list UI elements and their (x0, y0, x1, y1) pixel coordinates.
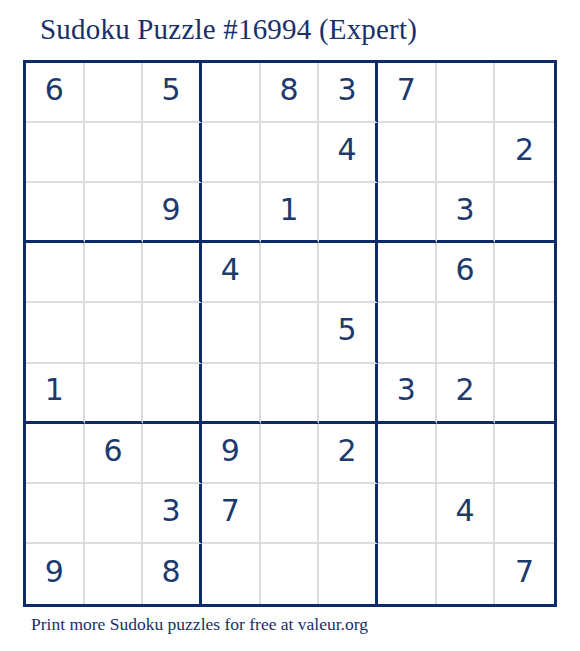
sudoku-cell-r4c7 (378, 243, 437, 303)
sudoku-cell-r5c7 (378, 303, 437, 363)
sudoku-cell-r1c3: 5 (143, 63, 202, 123)
sudoku-cell-r9c6 (319, 544, 378, 604)
sudoku-cell-r1c1: 6 (26, 63, 85, 123)
sudoku-cell-r8c8: 4 (437, 484, 496, 544)
sudoku-cell-r3c8: 3 (437, 183, 496, 243)
sudoku-cell-r7c9 (495, 424, 554, 484)
sudoku-digit: 6 (103, 436, 122, 466)
sudoku-cell-r9c3: 8 (143, 544, 202, 604)
sudoku-cell-r5c2 (85, 303, 144, 363)
sudoku-cell-r7c2: 6 (85, 424, 144, 484)
sudoku-digit: 9 (45, 557, 64, 587)
sudoku-cell-r6c2 (85, 364, 144, 424)
sudoku-cell-r4c2 (85, 243, 144, 303)
sudoku-cell-r9c8 (437, 544, 496, 604)
sudoku-digit: 2 (455, 375, 474, 405)
sudoku-digit: 4 (338, 135, 357, 165)
sudoku-cell-r9c7 (378, 544, 437, 604)
sudoku-cell-r7c8 (437, 424, 496, 484)
sudoku-cell-r4c6 (319, 243, 378, 303)
sudoku-cell-r2c3 (143, 123, 202, 183)
sudoku-cell-r1c7: 7 (378, 63, 437, 123)
sudoku-cell-r3c2 (85, 183, 144, 243)
sudoku-cell-r9c2 (85, 544, 144, 604)
sudoku-digit: 7 (515, 557, 534, 587)
sudoku-digit: 3 (455, 195, 474, 225)
sudoku-cell-r1c4 (202, 63, 261, 123)
sudoku-digit: 8 (279, 75, 298, 105)
sudoku-cell-r8c6 (319, 484, 378, 544)
sudoku-cell-r1c2 (85, 63, 144, 123)
sudoku-cell-r3c1 (26, 183, 85, 243)
sudoku-cell-r4c9 (495, 243, 554, 303)
sudoku-digit: 6 (45, 75, 64, 105)
sudoku-cell-r3c3: 9 (143, 183, 202, 243)
sudoku-digit: 5 (162, 75, 181, 105)
sudoku-cell-r6c5 (261, 364, 320, 424)
sudoku-cell-r2c8 (437, 123, 496, 183)
sudoku-cell-r2c6: 4 (319, 123, 378, 183)
sudoku-cell-r8c2 (85, 484, 144, 544)
sudoku-cell-r2c4 (202, 123, 261, 183)
sudoku-cell-r6c4 (202, 364, 261, 424)
sudoku-cell-r4c5 (261, 243, 320, 303)
sudoku-cell-r9c5 (261, 544, 320, 604)
sudoku-digit: 9 (221, 436, 240, 466)
sudoku-cell-r4c1 (26, 243, 85, 303)
sudoku-digit: 1 (45, 375, 64, 405)
sudoku-cell-r6c8: 2 (437, 364, 496, 424)
sudoku-page: Sudoku Puzzle #16994 (Expert) 6583742913… (0, 0, 580, 651)
sudoku-cell-r6c7: 3 (378, 364, 437, 424)
sudoku-cell-r3c6 (319, 183, 378, 243)
sudoku-digit: 3 (397, 375, 416, 405)
page-title: Sudoku Puzzle #16994 (Expert) (40, 13, 417, 46)
sudoku-cell-r4c8: 6 (437, 243, 496, 303)
footer-text: Print more Sudoku puzzles for free at va… (31, 614, 368, 635)
sudoku-cell-r4c4: 4 (202, 243, 261, 303)
sudoku-cell-r5c6: 5 (319, 303, 378, 363)
sudoku-cell-r7c7 (378, 424, 437, 484)
sudoku-cell-r5c9 (495, 303, 554, 363)
sudoku-digit: 3 (162, 496, 181, 526)
sudoku-cell-r1c8 (437, 63, 496, 123)
sudoku-cell-r6c1: 1 (26, 364, 85, 424)
sudoku-digit: 6 (455, 255, 474, 285)
sudoku-cell-r1c6: 3 (319, 63, 378, 123)
sudoku-cell-r9c4 (202, 544, 261, 604)
sudoku-cell-r5c4 (202, 303, 261, 363)
sudoku-cell-r8c7 (378, 484, 437, 544)
sudoku-cell-r1c9 (495, 63, 554, 123)
sudoku-cell-r2c9: 2 (495, 123, 554, 183)
sudoku-cell-r1c5: 8 (261, 63, 320, 123)
sudoku-cell-r3c9 (495, 183, 554, 243)
sudoku-cell-r9c1: 9 (26, 544, 85, 604)
sudoku-cell-r7c5 (261, 424, 320, 484)
sudoku-digit: 1 (279, 195, 298, 225)
sudoku-cell-r8c3: 3 (143, 484, 202, 544)
sudoku-digit: 9 (162, 195, 181, 225)
sudoku-cell-r6c3 (143, 364, 202, 424)
sudoku-digit: 2 (515, 135, 534, 165)
sudoku-cell-r5c3 (143, 303, 202, 363)
sudoku-cell-r7c3 (143, 424, 202, 484)
sudoku-digit: 3 (338, 75, 357, 105)
sudoku-cell-r2c5 (261, 123, 320, 183)
sudoku-cell-r7c4: 9 (202, 424, 261, 484)
sudoku-digit: 2 (338, 436, 357, 466)
sudoku-cell-r7c6: 2 (319, 424, 378, 484)
sudoku-cell-r2c1 (26, 123, 85, 183)
sudoku-digit: 5 (338, 315, 357, 345)
sudoku-cell-r6c6 (319, 364, 378, 424)
sudoku-digit: 7 (397, 75, 416, 105)
sudoku-cell-r3c5: 1 (261, 183, 320, 243)
sudoku-cell-r2c7 (378, 123, 437, 183)
sudoku-cell-r8c1 (26, 484, 85, 544)
sudoku-digit: 7 (221, 496, 240, 526)
sudoku-cell-r3c7 (378, 183, 437, 243)
sudoku-cell-r8c4: 7 (202, 484, 261, 544)
sudoku-cell-r5c5 (261, 303, 320, 363)
sudoku-digit: 4 (221, 255, 240, 285)
sudoku-cell-r8c9 (495, 484, 554, 544)
sudoku-cell-r4c3 (143, 243, 202, 303)
sudoku-cell-r7c1 (26, 424, 85, 484)
sudoku-cell-r5c8 (437, 303, 496, 363)
sudoku-digit: 4 (455, 496, 474, 526)
sudoku-cell-r3c4 (202, 183, 261, 243)
sudoku-cell-r9c9: 7 (495, 544, 554, 604)
sudoku-cell-r6c9 (495, 364, 554, 424)
sudoku-cell-r2c2 (85, 123, 144, 183)
sudoku-board: 6583742913465132692374987 (23, 60, 557, 607)
sudoku-digit: 8 (162, 557, 181, 587)
sudoku-cell-r5c1 (26, 303, 85, 363)
sudoku-cell-r8c5 (261, 484, 320, 544)
